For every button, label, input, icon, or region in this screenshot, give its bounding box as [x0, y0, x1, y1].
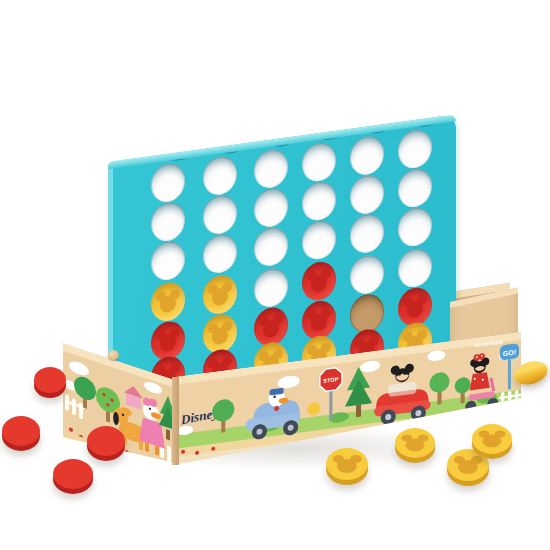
- loose-disc-yellow-5[interactable]: [326, 448, 368, 480]
- cell-r4c3-empty[interactable]: [254, 266, 288, 309]
- cell-r4c4-red[interactable]: [302, 260, 336, 303]
- cell-r1c1-empty[interactable]: [151, 161, 185, 204]
- cell-r3c2-empty[interactable]: [203, 232, 237, 275]
- drop-slot-3[interactable]: [273, 140, 291, 147]
- product-photo-scene: Disney STOP: [0, 0, 550, 550]
- mickey-imprint: [311, 274, 327, 293]
- cell-r4c2-yellow[interactable]: [203, 273, 237, 316]
- loose-disc-red-4[interactable]: [53, 459, 93, 489]
- pink-house-icon: [124, 383, 143, 410]
- mickey-imprint: [311, 313, 327, 332]
- picket-fence-icon: [499, 390, 521, 405]
- drop-slot-1[interactable]: [170, 154, 188, 161]
- drop-slot-4[interactable]: [321, 133, 339, 140]
- go-sign: GO!: [500, 343, 519, 390]
- cell-r1c6-empty[interactable]: [398, 128, 432, 171]
- loose-disc-red-2[interactable]: [2, 416, 40, 446]
- mickey-imprint: [482, 434, 501, 447]
- cell-r2c4-empty[interactable]: [302, 180, 336, 223]
- cell-r4c6-empty[interactable]: [398, 247, 432, 290]
- cell-r3c6-empty[interactable]: [398, 206, 432, 249]
- cell-r2c3-empty[interactable]: [254, 186, 288, 229]
- cell-r1c2-empty[interactable]: [203, 154, 237, 197]
- mickey-imprint: [405, 438, 424, 451]
- loose-disc-yellow-6[interactable]: [395, 428, 435, 458]
- cell-r3c5-empty[interactable]: [350, 212, 384, 255]
- loose-disc-red-1[interactable]: [34, 367, 66, 393]
- mickey-imprint: [263, 319, 279, 338]
- board-grid: [108, 114, 456, 162]
- cell-r1c3-empty[interactable]: [254, 147, 288, 190]
- cell-r3c4-empty[interactable]: [302, 219, 336, 262]
- loose-disc-yellow-7[interactable]: [447, 449, 489, 481]
- mickey-imprint: [212, 287, 228, 306]
- cell-r2c1-empty[interactable]: [151, 200, 185, 243]
- cell-r2c2-empty[interactable]: [203, 193, 237, 236]
- cell-r2c5-empty[interactable]: [350, 173, 384, 216]
- cell-r3c1-empty[interactable]: [151, 239, 185, 282]
- cell-r2c6-empty[interactable]: [398, 167, 432, 210]
- yellow-ball-icon: [307, 401, 320, 416]
- loose-disc-yellow-8[interactable]: [472, 424, 512, 454]
- drop-slot-2[interactable]: [222, 147, 240, 154]
- mickey-imprint: [337, 459, 357, 473]
- cell-r3c3-empty[interactable]: [254, 225, 288, 268]
- mickey-imprint: [212, 326, 228, 345]
- drop-slot-6[interactable]: [417, 120, 435, 127]
- box-corner-edge: [172, 377, 179, 465]
- wooden-peg: [108, 350, 119, 360]
- cell-r1c5-empty[interactable]: [350, 134, 384, 177]
- mickey-imprint: [160, 334, 176, 353]
- mickey-imprint: [160, 295, 176, 314]
- drop-slot-5[interactable]: [369, 127, 387, 134]
- cell-r4c1-yellow[interactable]: [151, 280, 185, 323]
- cell-r1c4-empty[interactable]: [302, 141, 336, 184]
- loose-disc-red-3[interactable]: [87, 426, 125, 456]
- mickey-imprint: [407, 300, 423, 319]
- cell-r4c5-empty[interactable]: [350, 253, 384, 296]
- mickey-imprint: [458, 460, 478, 474]
